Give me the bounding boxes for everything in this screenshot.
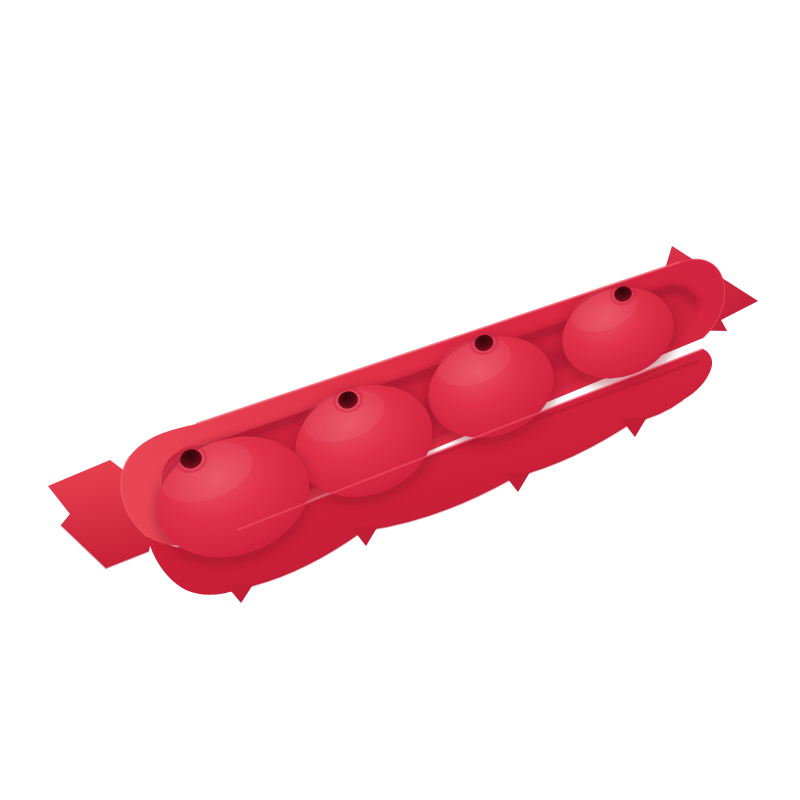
ice-ball-mold-illustration	[0, 0, 800, 800]
product-photo-canvas	[0, 0, 800, 800]
